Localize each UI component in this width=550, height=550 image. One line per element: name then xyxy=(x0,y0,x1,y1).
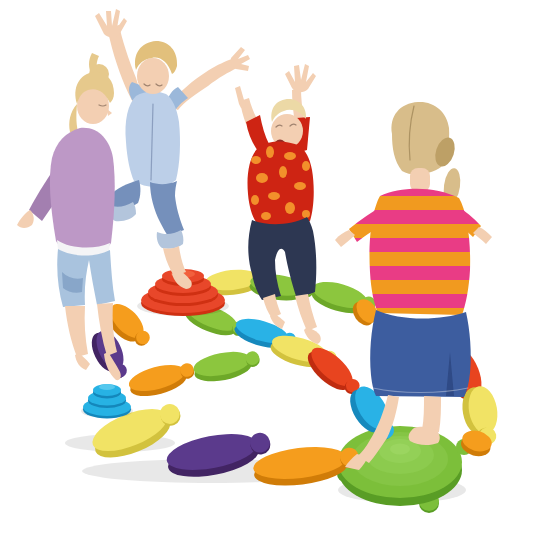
boy-left-hand xyxy=(95,9,127,38)
girl-left-foot-near xyxy=(75,353,90,370)
girl-right-neck xyxy=(410,168,430,192)
child-girl-left xyxy=(17,53,121,380)
child-boy xyxy=(95,9,250,289)
girl-left-sweater xyxy=(50,128,115,254)
girl-left-shin-near xyxy=(65,306,88,357)
path-piece-orange xyxy=(126,358,198,402)
girl-right-right-leg xyxy=(422,396,441,432)
scene-illustration xyxy=(0,0,550,550)
toddler-front-shin xyxy=(295,294,317,331)
boy-head xyxy=(137,58,169,94)
girl-right-skirt xyxy=(370,310,471,397)
toddler-left-hand xyxy=(235,86,245,108)
toddler-right-hand xyxy=(285,64,316,92)
path-piece-stone xyxy=(81,384,133,419)
child-toddler xyxy=(235,64,321,344)
path-piece-green xyxy=(191,346,262,385)
photo-stage xyxy=(0,0,550,550)
girl-left-hand xyxy=(17,210,34,228)
girl-right-left-hand xyxy=(335,230,355,247)
girl-right-shirt xyxy=(369,189,470,315)
girl-left-nose xyxy=(107,109,112,116)
boy-standing-leg xyxy=(150,181,184,236)
